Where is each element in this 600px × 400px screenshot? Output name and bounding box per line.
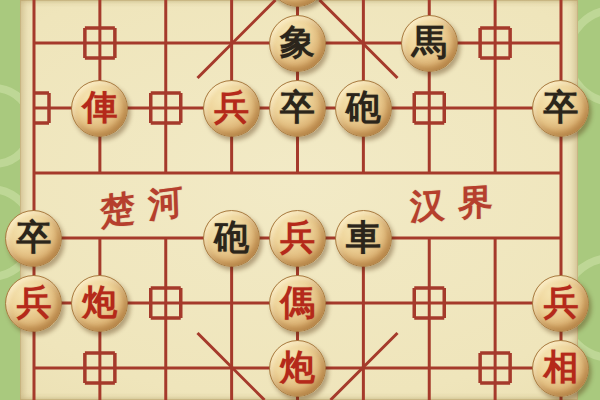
piece-character: 卒 (280, 90, 315, 125)
piece-character: 炮 (280, 350, 315, 385)
xiangqi-board: 楚河 汉界 象馬俥兵卒砲卒卒砲兵車兵炮傌兵炮相 (0, 0, 600, 400)
piece-red-cannon[interactable]: 炮 (71, 275, 128, 332)
piece-red-soldier[interactable]: 兵 (5, 275, 62, 332)
piece-red-soldier[interactable]: 兵 (203, 80, 260, 137)
piece-character: 相 (543, 350, 578, 385)
piece-black-elephant[interactable]: 象 (269, 15, 326, 72)
piece-character: 卒 (16, 220, 51, 255)
piece-black-cannon[interactable]: 砲 (203, 210, 260, 267)
piece-black-soldier[interactable]: 卒 (269, 80, 326, 137)
piece-red-cannon[interactable]: 炮 (269, 340, 326, 397)
piece-character: 車 (346, 220, 381, 255)
piece-red-elephant[interactable]: 相 (532, 340, 589, 397)
piece-black-horse[interactable]: 馬 (401, 15, 458, 72)
piece-character: 傌 (280, 285, 315, 320)
piece-character: 兵 (214, 90, 249, 125)
piece-unknown-cropped[interactable] (269, 0, 326, 7)
pieces-grid: 象馬俥兵卒砲卒卒砲兵車兵炮傌兵炮相 (1, 0, 594, 400)
piece-red-horse[interactable]: 傌 (269, 275, 326, 332)
piece-black-chariot[interactable]: 車 (335, 210, 392, 267)
piece-black-soldier[interactable]: 卒 (532, 80, 589, 137)
piece-character: 俥 (82, 90, 117, 125)
piece-character: 象 (280, 25, 315, 60)
piece-red-chariot[interactable]: 俥 (71, 80, 128, 137)
piece-black-soldier[interactable]: 卒 (5, 210, 62, 267)
piece-character: 兵 (543, 285, 578, 320)
piece-black-cannon[interactable]: 砲 (335, 80, 392, 137)
piece-character: 兵 (16, 285, 51, 320)
piece-character: 砲 (346, 90, 381, 125)
piece-character: 兵 (280, 220, 315, 255)
piece-character: 卒 (543, 90, 578, 125)
piece-red-soldier[interactable]: 兵 (269, 210, 326, 267)
piece-character: 馬 (412, 25, 447, 60)
piece-red-soldier[interactable]: 兵 (532, 275, 589, 332)
piece-character: 砲 (214, 220, 249, 255)
piece-character: 炮 (82, 285, 117, 320)
